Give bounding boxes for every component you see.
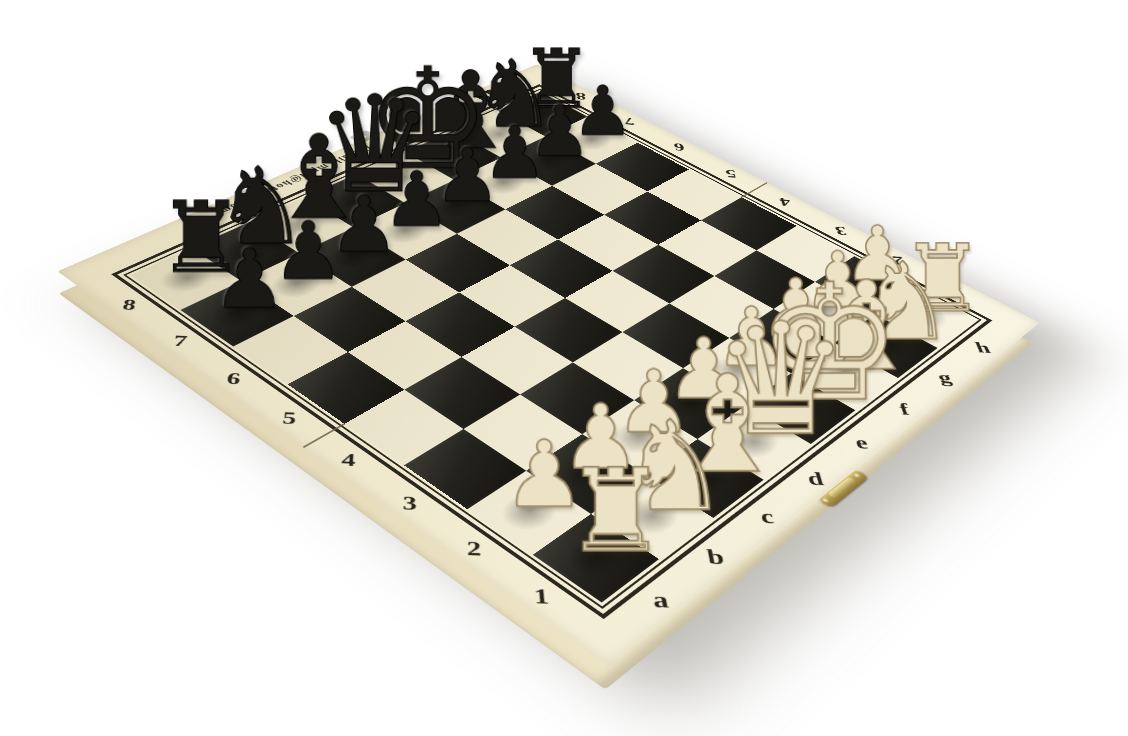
- rank-label-right-5: 5: [718, 167, 744, 180]
- piece-black-pawn-a7[interactable]: ♟: [160, 238, 339, 320]
- rank-label-right-4: 4: [772, 195, 799, 209]
- file-label-a: a: [643, 589, 678, 613]
- rank-label-left-5: 5: [274, 408, 305, 428]
- rank-label-right-7: 7: [617, 115, 641, 127]
- clasp-screw-icon: [853, 472, 862, 478]
- rank-label-left-6: 6: [218, 369, 249, 388]
- hinge-hole-icon: [357, 134, 367, 139]
- photo-scene: E-mail: mpai@hotmail.com ® 8877665544332…: [0, 0, 1128, 736]
- rank-label-left-4: 4: [333, 449, 364, 470]
- folding-chess-box: E-mail: mpai@hotmail.com ® 8877665544332…: [57, 64, 1039, 666]
- clasp-screw-icon: [822, 497, 831, 503]
- rank-label-right-6: 6: [667, 141, 692, 154]
- rank-label-left-1: 1: [525, 585, 559, 609]
- rank-label-right-3: 3: [827, 224, 855, 238]
- rank-label-left-3: 3: [394, 492, 425, 514]
- rank-label-left-8: 8: [113, 296, 144, 313]
- fold-seam: [741, 182, 768, 197]
- fold-seam: [303, 423, 346, 448]
- rank-label-left-2: 2: [458, 537, 490, 560]
- board-stage: E-mail: mpai@hotmail.com ® 8877665544332…: [215, 0, 915, 648]
- registered-mark: ®: [509, 79, 524, 86]
- rank-label-right-8: 8: [569, 90, 592, 102]
- rank-label-left-7: 7: [164, 332, 195, 350]
- piece-white-rook-a1[interactable]: ♜: [513, 454, 719, 569]
